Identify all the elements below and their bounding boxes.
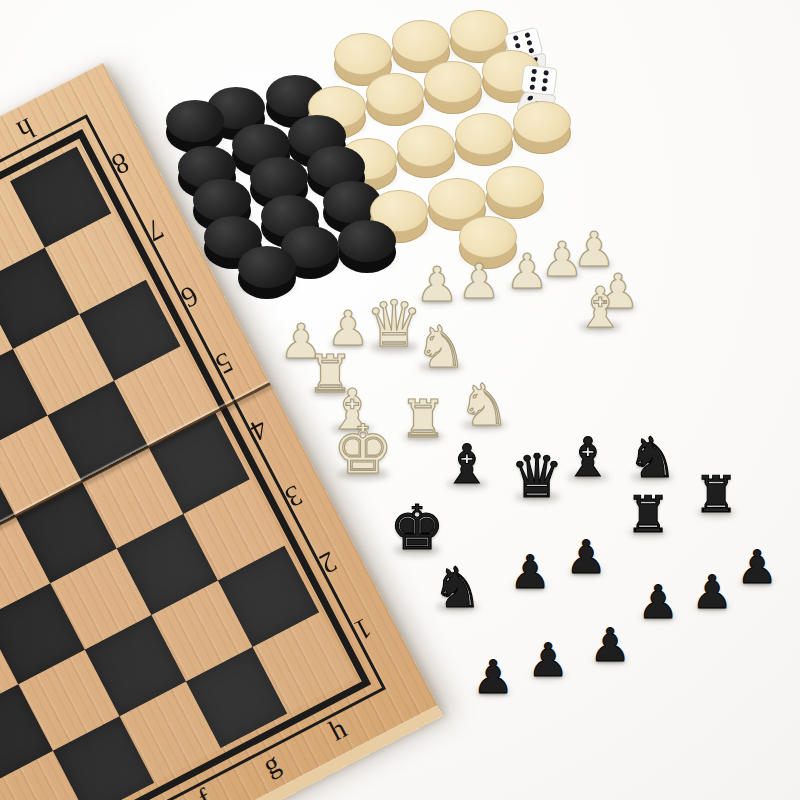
white-pawn: ♟: [505, 247, 548, 295]
pieces-layer: ♟♟♟♟♟♟♟♟♜♜♞♞♝♝♛♚♚♛♝♝♞♞♜♜♟♟♟♟♟♟♟♟: [0, 0, 800, 800]
checker-top: [238, 246, 296, 288]
checker-top: [338, 220, 396, 262]
checker-top: [193, 179, 251, 221]
checker-top: [428, 178, 486, 220]
white-knight: ♞: [415, 318, 467, 376]
product-photo: 88aa77bb66cc55dd44ee33ff22gg11hh ♟♟♟♟♟♟♟…: [0, 0, 800, 800]
checker-top: [366, 73, 424, 115]
black-pawn: ♟: [527, 637, 568, 683]
die-pip: [543, 70, 549, 76]
checker-top: [450, 10, 508, 52]
black-bishop: ♝: [443, 438, 491, 492]
checker-top: [397, 125, 455, 167]
die-pip: [531, 77, 537, 83]
die-pip: [532, 69, 538, 75]
die-pip: [530, 84, 536, 90]
black-pawn: ♟: [736, 544, 777, 590]
die-pip: [513, 35, 519, 41]
white-knight: ♞: [458, 376, 510, 434]
black-pawn: ♟: [565, 534, 606, 580]
white-checker-piece: [455, 113, 513, 167]
white-checker-piece: [366, 73, 424, 127]
black-pawn: ♟: [589, 622, 630, 668]
black-pawn: ♟: [637, 579, 678, 625]
white-checker-piece: [513, 101, 571, 155]
white-rook: ♜: [400, 393, 447, 445]
die-pip: [524, 32, 530, 38]
die-pip: [541, 86, 547, 92]
black-queen: ♛: [510, 446, 564, 506]
die-pip: [515, 43, 521, 49]
checker-top: [513, 101, 571, 143]
black-pawn: ♟: [509, 549, 550, 595]
black-bishop: ♝: [564, 431, 612, 485]
white-checker-piece: [486, 166, 544, 220]
black-king: ♚: [389, 497, 445, 559]
die-pip: [526, 40, 532, 46]
black-checker-piece: [238, 246, 296, 300]
black-rook: ♜: [626, 490, 671, 540]
black-pawn: ♟: [691, 569, 732, 615]
white-king: ♚: [333, 416, 394, 484]
checker-top: [250, 157, 308, 199]
die-pip: [527, 95, 534, 100]
white-checker-piece: [424, 61, 482, 115]
black-knight: ♞: [627, 430, 677, 486]
checker-top: [334, 33, 392, 75]
checker-top: [424, 61, 482, 103]
black-pawn: ♟: [472, 654, 513, 700]
white-pawn: ♟: [457, 257, 500, 305]
black-knight: ♞: [432, 560, 482, 616]
die-pip: [542, 78, 548, 84]
checker-top: [486, 166, 544, 208]
black-checker-piece: [338, 220, 396, 274]
white-bishop: ♝: [575, 280, 625, 336]
checker-top: [392, 20, 450, 62]
checker-top: [455, 113, 513, 155]
white-checker-piece: [397, 125, 455, 179]
checker-top: [166, 100, 224, 142]
black-rook: ♜: [694, 470, 739, 520]
